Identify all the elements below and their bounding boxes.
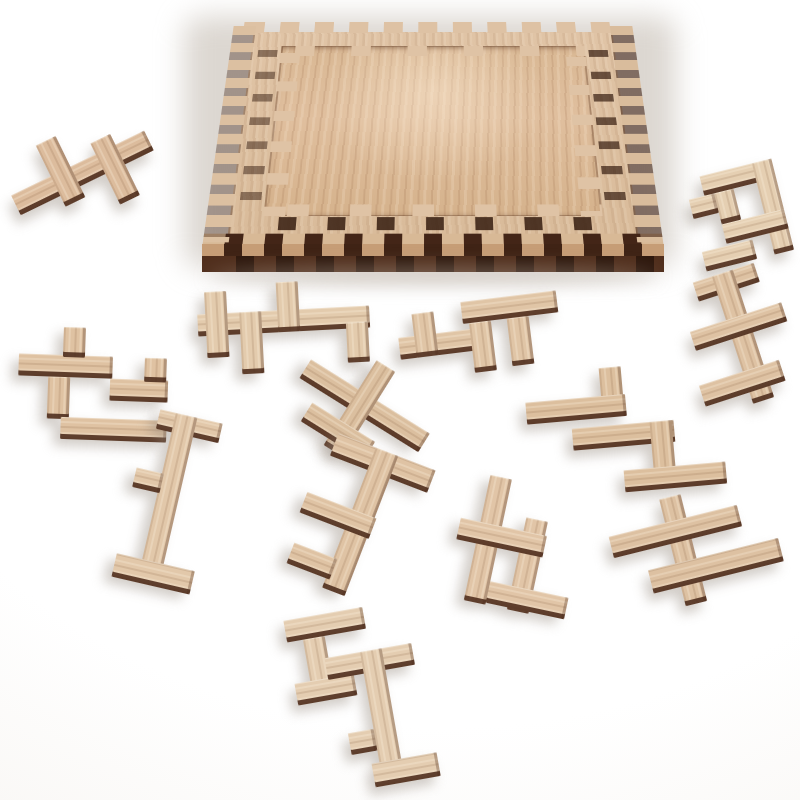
piece-bar [648,538,784,594]
piece-bar [287,543,338,580]
piece-bar [11,131,154,216]
puzzle-piece-p10-tee-with-cross[interactable] [277,430,440,613]
piece-bar [525,394,627,425]
puzzle-piece-p14-double-tee-column[interactable] [283,598,444,798]
piece-bar [239,311,264,374]
puzzle-piece-p12-double-rail-cross[interactable] [444,471,590,624]
tray-front-top-teeth [202,244,664,256]
puzzle-product-photo [0,0,800,800]
piece-bar [294,673,357,705]
tray-field-empty[interactable] [263,46,602,216]
puzzle-piece-p5-offset-rails-with-prongs[interactable] [393,276,565,385]
puzzle-tray [202,0,664,248]
piece-bar [276,281,301,332]
piece-bar [144,358,167,383]
tray-rim-notches-bottom [270,217,596,230]
piece-bar [204,291,229,358]
tray-inner-teeth-top [281,46,586,55]
puzzle-piece-p13-wide-not-equal[interactable] [603,474,789,622]
piece-bar [411,311,438,357]
piece-bar [469,320,497,372]
piece-bar [348,729,377,755]
puzzle-piece-p1-double-cross-bar[interactable] [0,98,169,246]
tray-inner-teeth-bottom [263,204,602,216]
piece-bar [752,158,794,254]
puzzle-piece-p2-hooked-loop-with-window[interactable] [684,155,800,274]
piece-bar [132,467,164,493]
tray-surface [202,22,664,248]
piece-bar [47,376,70,419]
piece-bar [507,316,535,366]
puzzle-piece-p11-staircase-zigzag[interactable] [523,358,729,501]
tray-rim-teeth-top [241,22,624,33]
piece-bar [714,189,741,225]
piece-bar [18,353,113,378]
piece-bar [63,327,86,358]
